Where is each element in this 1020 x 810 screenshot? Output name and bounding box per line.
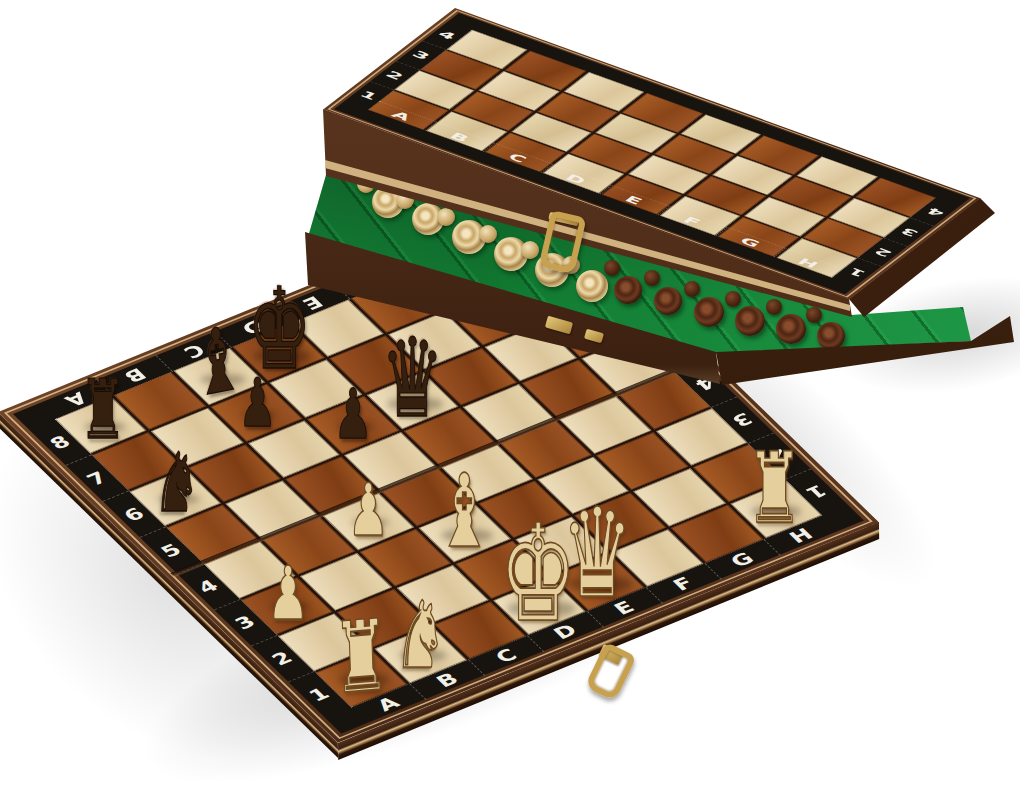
stored-dark-piece-head bbox=[684, 281, 700, 297]
black-knight-a6[interactable]: ♞ bbox=[145, 457, 209, 521]
stored-dark-piece-head bbox=[725, 291, 741, 307]
white-rook-a1[interactable]: ♜ bbox=[324, 626, 401, 703]
stored-dark-piece-base bbox=[817, 322, 845, 350]
stored-light-piece-head bbox=[437, 208, 455, 226]
stored-dark-piece-head bbox=[766, 299, 782, 315]
stored-light-piece-head bbox=[521, 241, 539, 259]
scene: { "game": "chess", "scene_type": "wooden… bbox=[0, 0, 1020, 810]
stored-dark-piece-base bbox=[614, 276, 642, 304]
stored-light-piece-base bbox=[576, 270, 608, 302]
white-rook-h1[interactable]: ♜ bbox=[736, 458, 813, 535]
stored-light-piece-head bbox=[479, 225, 497, 243]
white-king-d1[interactable]: ♚ bbox=[486, 531, 591, 636]
stored-dark-piece-base bbox=[776, 314, 806, 344]
stored-dark-piece-base bbox=[654, 287, 682, 315]
stored-dark-piece-base bbox=[735, 306, 765, 336]
stored-dark-piece-head bbox=[806, 307, 822, 323]
stored-dark-piece-base bbox=[694, 297, 724, 327]
black-pawn-c7[interactable]: ♟ bbox=[231, 382, 283, 434]
black-pawn-d6[interactable]: ♟ bbox=[327, 393, 381, 447]
white-pawn-a3[interactable]: ♟ bbox=[259, 570, 317, 628]
black-queen-e6[interactable]: ♛ bbox=[370, 343, 455, 428]
white-pawn-c4[interactable]: ♟ bbox=[340, 487, 397, 544]
stored-dark-piece-head bbox=[604, 260, 620, 276]
stored-dark-piece-head bbox=[644, 270, 660, 286]
black-rook-a8[interactable]: ♜ bbox=[71, 384, 135, 448]
